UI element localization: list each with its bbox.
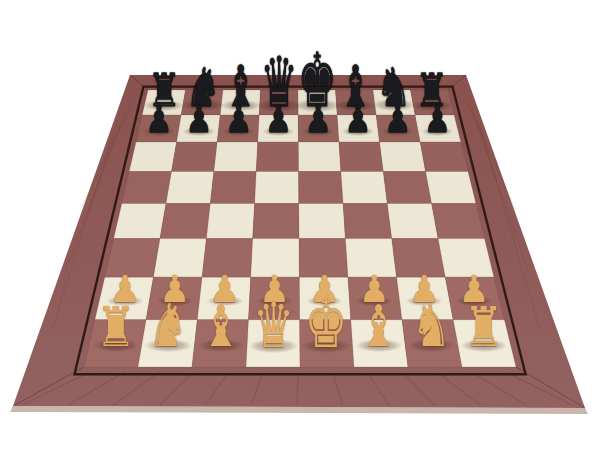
piece-white-rook-a1[interactable]: ♜ [94, 300, 138, 355]
piece-white-king-e1[interactable]: ♚ [302, 290, 350, 357]
piece-black-pawn-a7[interactable]: ♟ [144, 100, 174, 138]
piece-black-pawn-g7[interactable]: ♟ [383, 100, 413, 138]
piece-white-bishop-c1[interactable]: ♝ [199, 298, 243, 355]
piece-white-knight-b1[interactable]: ♞ [146, 296, 190, 355]
piece-black-pawn-c7[interactable]: ♟ [224, 100, 254, 138]
piece-white-rook-h1[interactable]: ♜ [462, 300, 506, 355]
piece-white-queen-d1[interactable]: ♛ [251, 294, 297, 356]
piece-black-pawn-h7[interactable]: ♟ [423, 100, 453, 138]
piece-black-pawn-d7[interactable]: ♟ [263, 100, 293, 138]
piece-black-pawn-e7[interactable]: ♟ [303, 100, 333, 138]
chessboard-photo: ♜♞♝♛♚♝♞♜♟♟♟♟♟♟♟♟♟♟♟♟♟♟♟♟♜♞♝♛♚♝♞♜ [0, 0, 600, 450]
piece-white-knight-g1[interactable]: ♞ [409, 296, 453, 355]
piece-white-bishop-f1[interactable]: ♝ [357, 298, 401, 355]
pieces-layer: ♜♞♝♛♚♝♞♜♟♟♟♟♟♟♟♟♟♟♟♟♟♟♟♟♜♞♝♛♚♝♞♜ [0, 0, 600, 450]
piece-black-pawn-f7[interactable]: ♟ [343, 100, 373, 138]
piece-black-pawn-b7[interactable]: ♟ [184, 100, 214, 138]
